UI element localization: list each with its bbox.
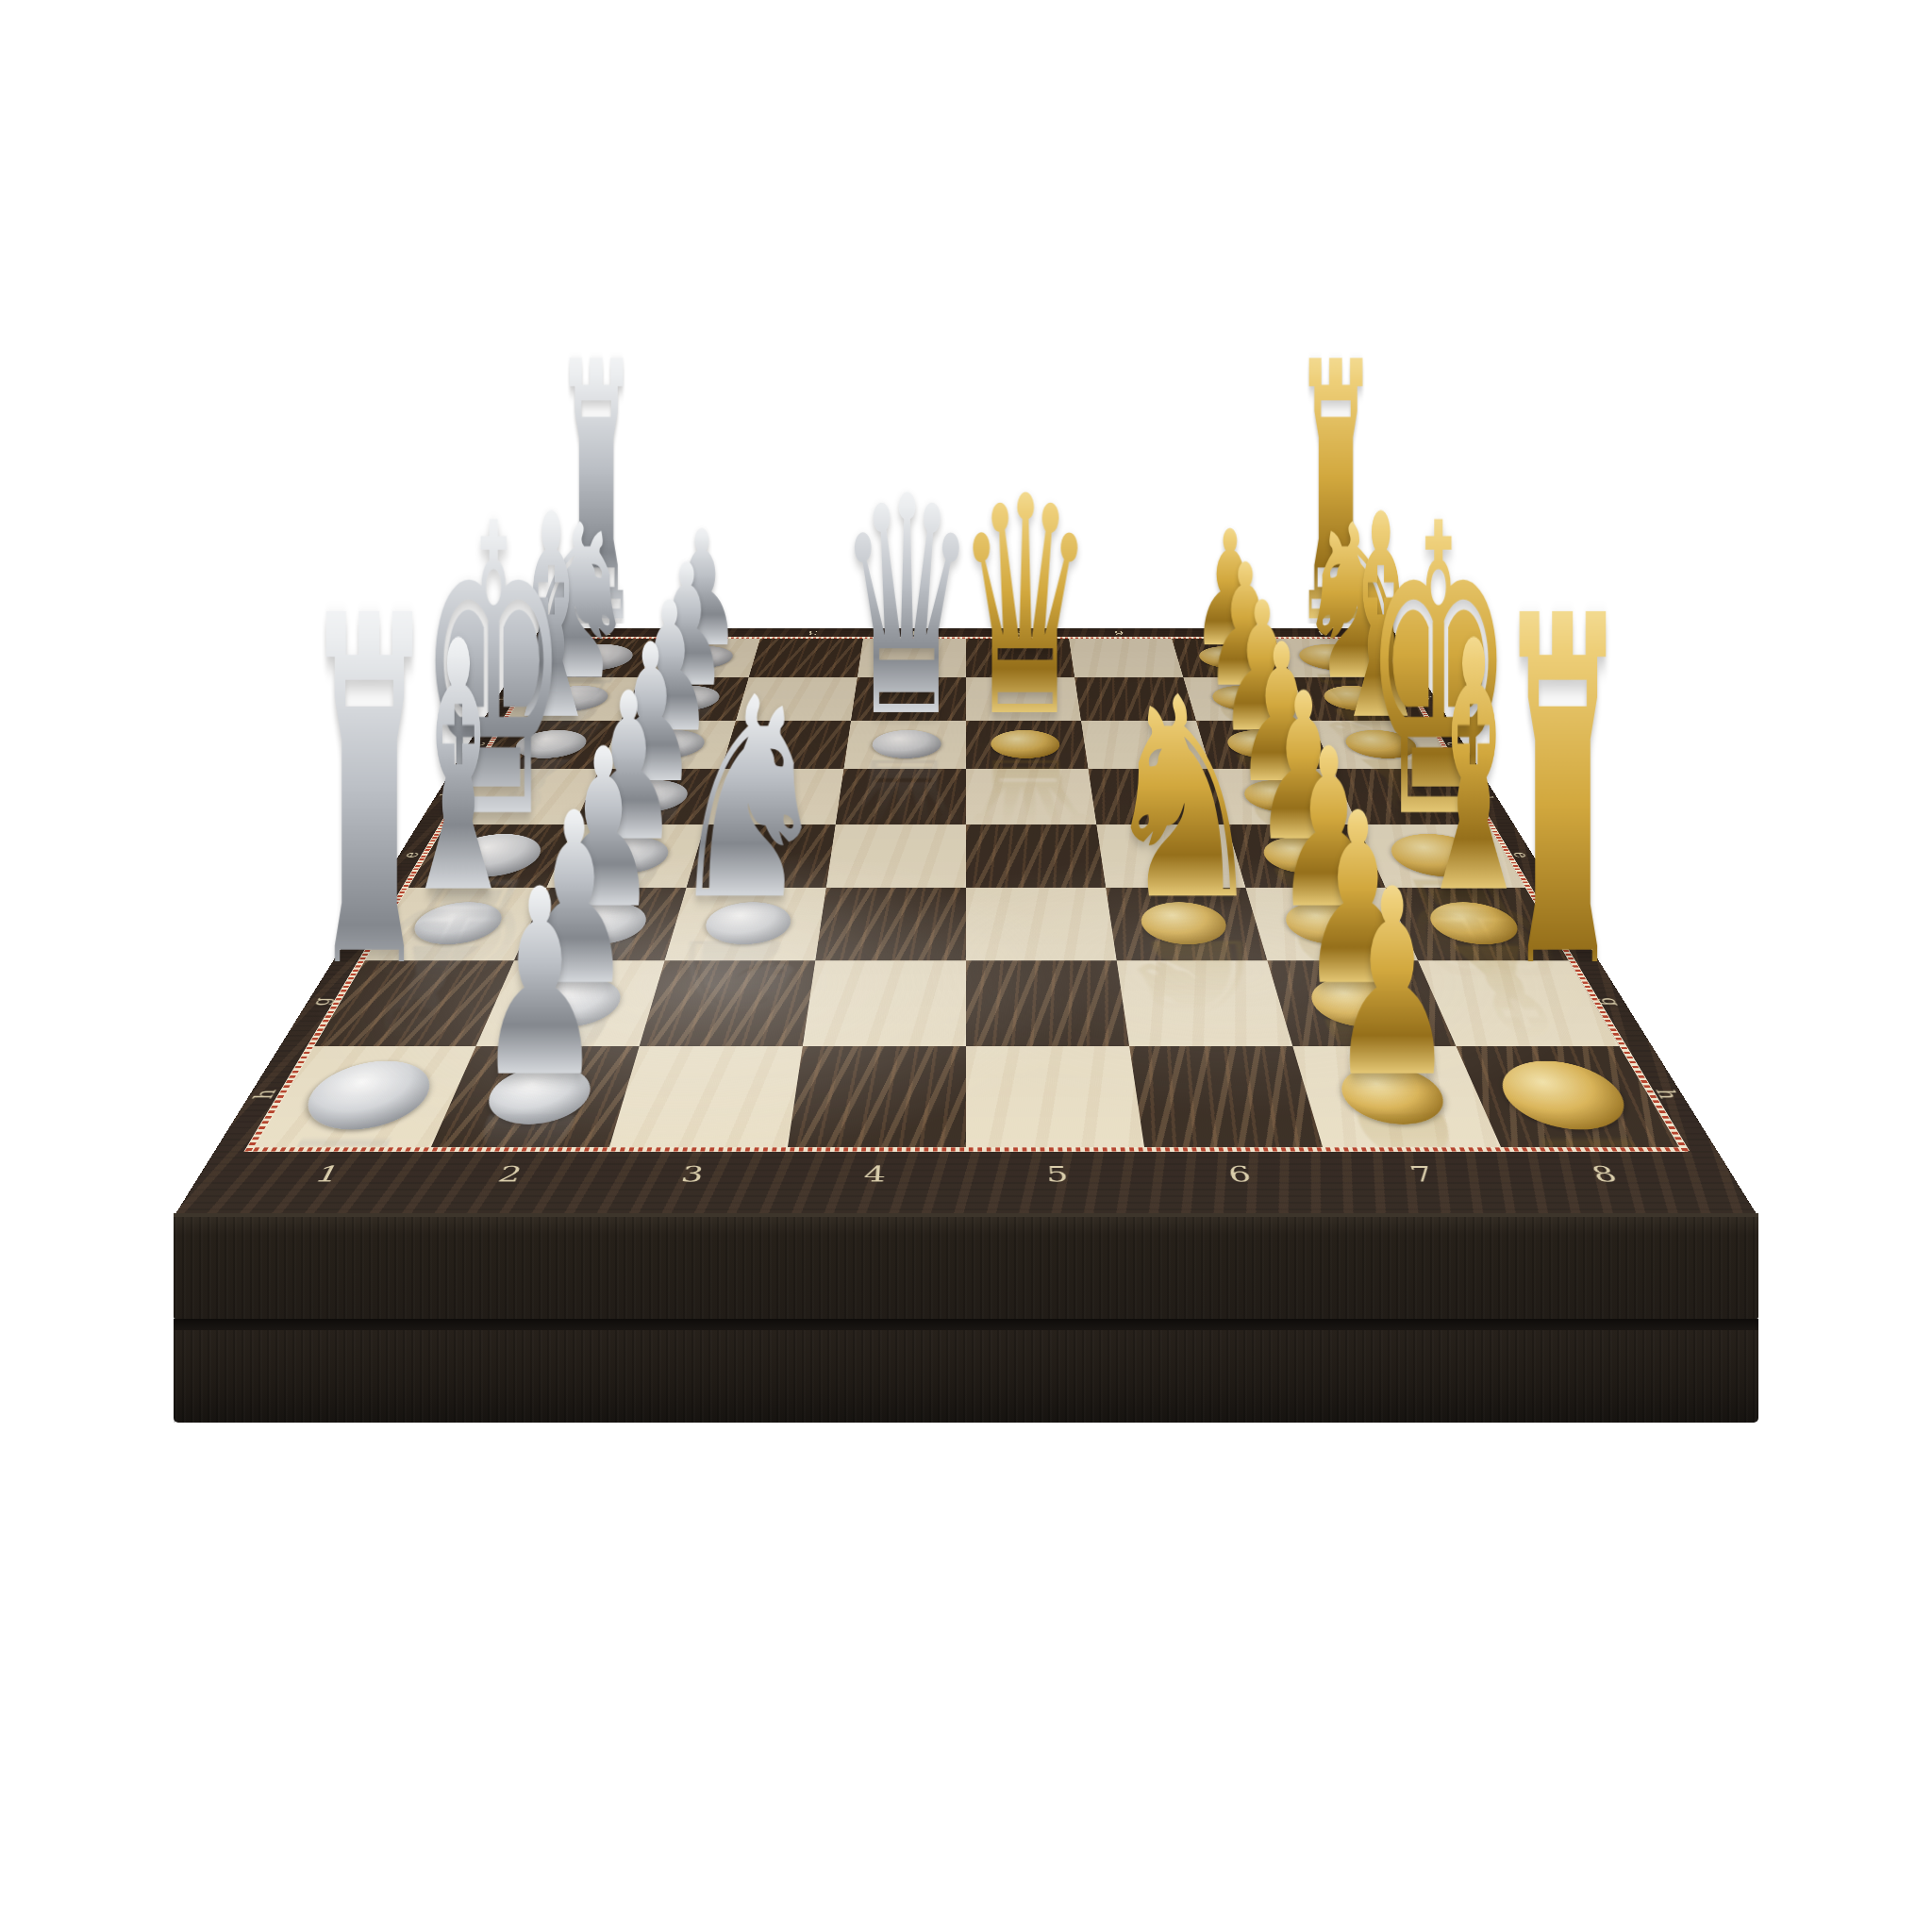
box-lid-seam	[174, 1319, 1758, 1330]
label-right-c: c	[1392, 740, 1516, 748]
label-right-b: b	[1368, 694, 1484, 702]
rope-trim-front	[243, 1147, 1689, 1152]
label-right-e: e	[1452, 850, 1593, 860]
label-back-2: 2	[658, 629, 763, 637]
label-front-7: 7	[1324, 1154, 1523, 1195]
label-front-6: 6	[1145, 1154, 1337, 1195]
label-back-7: 7	[1169, 629, 1274, 637]
label-front-2: 2	[409, 1154, 608, 1195]
label-back-4: 4	[863, 629, 966, 637]
label-back-3: 3	[760, 629, 864, 637]
label-right-f: f	[1488, 917, 1641, 929]
board-scene: ♜♞♝♚♝♜♟♟♟♟♟♟♟♟♞♛♛♞♟♟♟♟♟♟♟♟♜♞♝♚♝♜ 1234567…	[0, 0, 1932, 1932]
box-lid-grain	[174, 1217, 1758, 1319]
label-front-5: 5	[966, 1154, 1152, 1195]
label-back-1: 1	[556, 629, 662, 637]
label-right-a: a	[1346, 654, 1456, 660]
label-right-d: d	[1420, 791, 1552, 801]
chess-board: ♜♞♝♚♝♜♟♟♟♟♟♟♟♟♞♛♛♞♟♟♟♟♟♟♟♟♜♞♝♚♝♜ 1234567…	[174, 628, 1758, 1217]
label-back-5: 5	[966, 629, 1069, 637]
box-lid-front	[174, 1217, 1758, 1319]
label-back-8: 8	[1271, 629, 1377, 637]
label-left-d: d	[380, 791, 512, 801]
label-left-a: a	[476, 654, 586, 660]
label-left-f: f	[292, 917, 445, 929]
label-left-h: h	[173, 1086, 353, 1103]
label-back-6: 6	[1068, 629, 1172, 637]
label-left-c: c	[416, 740, 540, 748]
box-base-front	[174, 1330, 1758, 1423]
label-front-4: 4	[780, 1154, 966, 1195]
product-photo-stage: ♜♞♝♚♝♜♟♟♟♟♟♟♟♟♞♛♛♞♟♟♟♟♟♟♟♟♜♞♝♚♝♜ 1234567…	[0, 0, 1932, 1932]
label-front-8: 8	[1504, 1154, 1707, 1195]
square-b5	[966, 677, 1081, 721]
square-a4	[858, 639, 966, 677]
square-a5	[966, 639, 1074, 677]
box-base-grain	[174, 1330, 1758, 1423]
square-h4	[788, 1046, 966, 1147]
label-right-g: g	[1529, 994, 1694, 1008]
label-right-h: h	[1578, 1086, 1758, 1103]
label-left-b: b	[448, 694, 564, 702]
rope-trim-back	[551, 637, 1381, 639]
label-front-3: 3	[595, 1154, 787, 1195]
label-front-1: 1	[225, 1154, 428, 1195]
square-b4	[851, 677, 966, 721]
label-left-e: e	[340, 850, 481, 860]
label-left-g: g	[238, 994, 403, 1008]
square-h5	[966, 1046, 1144, 1147]
